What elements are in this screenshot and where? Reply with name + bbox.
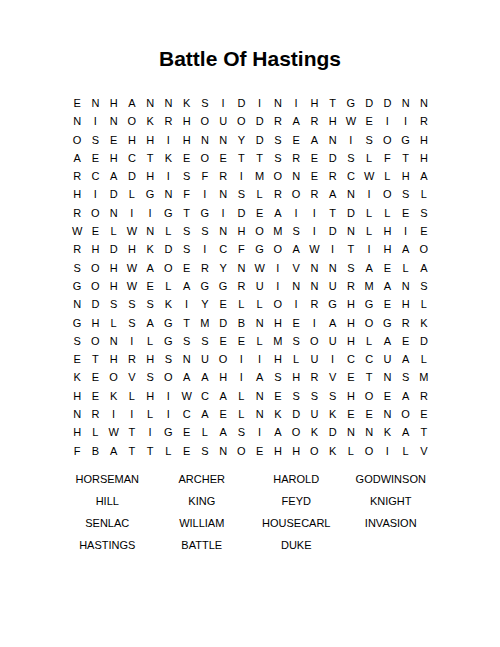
grid-cell-r8c19[interactable]: I [397,222,415,240]
grid-cell-r19c17[interactable]: N [360,423,378,441]
grid-cell-r13c18[interactable]: G [378,314,396,332]
grid-cell-r15c14[interactable]: U [305,350,323,368]
grid-cell-r17c17[interactable]: O [360,387,378,405]
grid-cell-r6c18[interactable]: O [378,185,396,203]
grid-cell-r13c2[interactable]: H [86,314,104,332]
grid-cell-r11c16[interactable]: R [342,277,360,295]
grid-cell-r9c1[interactable]: R [68,240,86,258]
grid-cell-r4c15[interactable]: D [324,149,342,167]
grid-cell-r20c2[interactable]: B [86,442,104,460]
grid-cell-r16c3[interactable]: O [105,368,123,386]
grid-cell-r1c2[interactable]: N [86,94,104,112]
grid-cell-r16c16[interactable]: E [342,368,360,386]
grid-cell-r3c17[interactable]: S [360,131,378,149]
grid-cell-r1c3[interactable]: H [105,94,123,112]
grid-cell-r19c18[interactable]: K [378,423,396,441]
grid-cell-r17c9[interactable]: A [214,387,232,405]
grid-cell-r18c13[interactable]: D [287,405,305,423]
grid-cell-r19c8[interactable]: L [196,423,214,441]
grid-cell-r10c9[interactable]: Y [214,259,232,277]
grid-cell-r6c15[interactable]: A [324,185,342,203]
grid-cell-r12c20[interactable]: L [415,295,433,313]
grid-cell-r5c1[interactable]: R [68,167,86,185]
grid-cell-r3c11[interactable]: D [251,131,269,149]
grid-cell-r11c19[interactable]: N [397,277,415,295]
grid-cell-r18c6[interactable]: I [159,405,177,423]
grid-cell-r14c13[interactable]: S [287,332,305,350]
grid-cell-r14c9[interactable]: E [214,332,232,350]
grid-cell-r5c13[interactable]: N [287,167,305,185]
grid-cell-r1c17[interactable]: D [360,94,378,112]
grid-cell-r20c5[interactable]: T [141,442,159,460]
grid-cell-r1c19[interactable]: N [397,94,415,112]
grid-cell-r14c2[interactable]: O [86,332,104,350]
grid-cell-r1c7[interactable]: K [178,94,196,112]
grid-cell-r7c13[interactable]: I [287,204,305,222]
grid-cell-r8c11[interactable]: O [251,222,269,240]
grid-cell-r4c12[interactable]: S [269,149,287,167]
grid-cell-r10c11[interactable]: W [251,259,269,277]
grid-cell-r6c9[interactable]: N [214,185,232,203]
grid-cell-r10c20[interactable]: A [415,259,433,277]
grid-cell-r15c8[interactable]: U [196,350,214,368]
grid-cell-r8c10[interactable]: H [232,222,250,240]
grid-cell-r1c4[interactable]: A [123,94,141,112]
grid-cell-r4c19[interactable]: T [397,149,415,167]
grid-cell-r3c6[interactable]: I [159,131,177,149]
grid-cell-r14c5[interactable]: L [141,332,159,350]
grid-cell-r3c8[interactable]: N [196,131,214,149]
grid-cell-r11c2[interactable]: O [86,277,104,295]
grid-cell-r8c18[interactable]: H [378,222,396,240]
grid-cell-r16c18[interactable]: N [378,368,396,386]
grid-cell-r5c16[interactable]: C [342,167,360,185]
grid-cell-r12c6[interactable]: K [159,295,177,313]
grid-cell-r13c20[interactable]: K [415,314,433,332]
grid-cell-r15c3[interactable]: H [105,350,123,368]
grid-cell-r4c11[interactable]: T [251,149,269,167]
grid-cell-r9c6[interactable]: D [159,240,177,258]
grid-cell-r8c2[interactable]: E [86,222,104,240]
grid-cell-r8c1[interactable]: W [68,222,86,240]
grid-cell-r19c9[interactable]: A [214,423,232,441]
grid-cell-r7c12[interactable]: A [269,204,287,222]
grid-cell-r18c9[interactable]: E [214,405,232,423]
grid-cell-r11c18[interactable]: A [378,277,396,295]
grid-cell-r20c3[interactable]: A [105,442,123,460]
grid-cell-r10c1[interactable]: S [68,259,86,277]
grid-cell-r1c12[interactable]: N [269,94,287,112]
grid-cell-r2c17[interactable]: E [360,112,378,130]
grid-cell-r3c9[interactable]: N [214,131,232,149]
grid-cell-r7c9[interactable]: I [214,204,232,222]
grid-cell-r17c6[interactable]: I [159,387,177,405]
grid-cell-r10c5[interactable]: A [141,259,159,277]
grid-cell-r10c7[interactable]: E [178,259,196,277]
grid-cell-r8c14[interactable]: I [305,222,323,240]
grid-cell-r20c4[interactable]: T [123,442,141,460]
grid-cell-r3c16[interactable]: I [342,131,360,149]
grid-cell-r16c9[interactable]: H [214,368,232,386]
grid-cell-r16c1[interactable]: K [68,368,86,386]
grid-cell-r12c16[interactable]: H [342,295,360,313]
grid-cell-r16c4[interactable]: V [123,368,141,386]
grid-cell-r10c18[interactable]: E [378,259,396,277]
grid-cell-r8c17[interactable]: L [360,222,378,240]
grid-cell-r5c6[interactable]: I [159,167,177,185]
grid-cell-r7c19[interactable]: E [397,204,415,222]
grid-cell-r20c7[interactable]: E [178,442,196,460]
grid-cell-r13c1[interactable]: G [68,314,86,332]
grid-cell-r12c3[interactable]: S [105,295,123,313]
grid-cell-r11c7[interactable]: A [178,277,196,295]
grid-cell-r16c20[interactable]: M [415,368,433,386]
grid-cell-r8c20[interactable]: E [415,222,433,240]
grid-cell-r8c12[interactable]: M [269,222,287,240]
grid-cell-r6c19[interactable]: S [397,185,415,203]
grid-cell-r8c6[interactable]: L [159,222,177,240]
grid-cell-r1c1[interactable]: E [68,94,86,112]
grid-cell-r5c8[interactable]: F [196,167,214,185]
grid-cell-r19c19[interactable]: A [397,423,415,441]
grid-cell-r10c6[interactable]: O [159,259,177,277]
grid-cell-r19c5[interactable]: I [141,423,159,441]
grid-cell-r20c12[interactable]: H [269,442,287,460]
grid-cell-r16c12[interactable]: S [269,368,287,386]
grid-cell-r19c16[interactable]: N [342,423,360,441]
grid-cell-r18c1[interactable]: N [68,405,86,423]
grid-cell-r12c5[interactable]: S [141,295,159,313]
grid-cell-r1c18[interactable]: D [378,94,396,112]
grid-cell-r18c4[interactable]: I [123,405,141,423]
grid-cell-r4c17[interactable]: L [360,149,378,167]
grid-cell-r19c11[interactable]: I [251,423,269,441]
grid-cell-r6c2[interactable]: I [86,185,104,203]
grid-cell-r10c15[interactable]: N [324,259,342,277]
grid-cell-r5c2[interactable]: C [86,167,104,185]
grid-cell-r9c12[interactable]: O [269,240,287,258]
grid-cell-r9c15[interactable]: I [324,240,342,258]
grid-cell-r17c11[interactable]: N [251,387,269,405]
grid-cell-r8c7[interactable]: S [178,222,196,240]
grid-cell-r8c3[interactable]: L [105,222,123,240]
grid-cell-r17c1[interactable]: H [68,387,86,405]
grid-cell-r4c16[interactable]: S [342,149,360,167]
grid-cell-r17c8[interactable]: C [196,387,214,405]
grid-cell-r13c12[interactable]: H [269,314,287,332]
grid-cell-r12c15[interactable]: G [324,295,342,313]
grid-cell-r2c1[interactable]: N [68,112,86,130]
grid-cell-r13c11[interactable]: N [251,314,269,332]
grid-cell-r10c8[interactable]: R [196,259,214,277]
grid-cell-r17c10[interactable]: L [232,387,250,405]
grid-cell-r8c15[interactable]: D [324,222,342,240]
grid-cell-r14c6[interactable]: G [159,332,177,350]
grid-cell-r1c6[interactable]: N [159,94,177,112]
grid-cell-r14c10[interactable]: E [232,332,250,350]
grid-cell-r1c5[interactable]: N [141,94,159,112]
grid-cell-r4c4[interactable]: C [123,149,141,167]
grid-cell-r8c8[interactable]: S [196,222,214,240]
grid-cell-r1c20[interactable]: N [415,94,433,112]
grid-cell-r9c14[interactable]: W [305,240,323,258]
grid-cell-r2c5[interactable]: K [141,112,159,130]
grid-cell-r1c11[interactable]: I [251,94,269,112]
grid-cell-r11c12[interactable]: I [269,277,287,295]
grid-cell-r7c6[interactable]: G [159,204,177,222]
grid-cell-r2c12[interactable]: R [269,112,287,130]
grid-cell-r15c20[interactable]: L [415,350,433,368]
grid-cell-r1c10[interactable]: D [232,94,250,112]
grid-cell-r11c15[interactable]: U [324,277,342,295]
grid-cell-r14c3[interactable]: N [105,332,123,350]
grid-cell-r20c13[interactable]: H [287,442,305,460]
grid-cell-r18c16[interactable]: E [342,405,360,423]
grid-cell-r18c8[interactable]: A [196,405,214,423]
grid-cell-r13c6[interactable]: G [159,314,177,332]
grid-cell-r7c15[interactable]: T [324,204,342,222]
grid-cell-r10c19[interactable]: L [397,259,415,277]
grid-cell-r19c1[interactable]: H [68,423,86,441]
grid-cell-r2c19[interactable]: I [397,112,415,130]
grid-cell-r16c7[interactable]: A [178,368,196,386]
grid-cell-r18c2[interactable]: R [86,405,104,423]
grid-cell-r6c16[interactable]: N [342,185,360,203]
grid-cell-r7c1[interactable]: R [68,204,86,222]
grid-cell-r18c7[interactable]: C [178,405,196,423]
grid-cell-r18c15[interactable]: K [324,405,342,423]
grid-cell-r6c5[interactable]: G [141,185,159,203]
grid-cell-r3c19[interactable]: G [397,131,415,149]
grid-cell-r4c2[interactable]: E [86,149,104,167]
grid-cell-r8c16[interactable]: N [342,222,360,240]
grid-cell-r10c3[interactable]: H [105,259,123,277]
grid-cell-r8c5[interactable]: N [141,222,159,240]
grid-cell-r10c16[interactable]: S [342,259,360,277]
grid-cell-r3c10[interactable]: Y [232,131,250,149]
grid-cell-r5c14[interactable]: E [305,167,323,185]
grid-cell-r17c13[interactable]: S [287,387,305,405]
grid-cell-r14c11[interactable]: L [251,332,269,350]
grid-cell-r19c4[interactable]: T [123,423,141,441]
grid-cell-r15c15[interactable]: I [324,350,342,368]
grid-cell-r6c4[interactable]: L [123,185,141,203]
grid-cell-r17c20[interactable]: R [415,387,433,405]
grid-cell-r6c17[interactable]: I [360,185,378,203]
grid-cell-r4c13[interactable]: R [287,149,305,167]
grid-cell-r3c18[interactable]: O [378,131,396,149]
grid-cell-r15c1[interactable]: E [68,350,86,368]
grid-cell-r13c7[interactable]: T [178,314,196,332]
grid-cell-r6c20[interactable]: L [415,185,433,203]
grid-cell-r9c3[interactable]: D [105,240,123,258]
grid-cell-r1c13[interactable]: I [287,94,305,112]
grid-cell-r13c16[interactable]: H [342,314,360,332]
grid-cell-r20c15[interactable]: K [324,442,342,460]
grid-cell-r2c11[interactable]: D [251,112,269,130]
grid-cell-r10c4[interactable]: W [123,259,141,277]
grid-cell-r7c20[interactable]: S [415,204,433,222]
grid-cell-r9c19[interactable]: A [397,240,415,258]
grid-cell-r14c17[interactable]: L [360,332,378,350]
grid-cell-r15c10[interactable]: I [232,350,250,368]
grid-cell-r20c16[interactable]: L [342,442,360,460]
grid-cell-r3c12[interactable]: S [269,131,287,149]
grid-cell-r20c9[interactable]: N [214,442,232,460]
grid-cell-r14c19[interactable]: E [397,332,415,350]
grid-cell-r12c8[interactable]: Y [196,295,214,313]
grid-cell-r9c9[interactable]: C [214,240,232,258]
grid-cell-r19c13[interactable]: O [287,423,305,441]
grid-cell-r20c1[interactable]: F [68,442,86,460]
grid-cell-r18c10[interactable]: L [232,405,250,423]
grid-cell-r2c10[interactable]: O [232,112,250,130]
grid-cell-r16c8[interactable]: A [196,368,214,386]
grid-cell-r2c2[interactable]: I [86,112,104,130]
grid-cell-r4c10[interactable]: T [232,149,250,167]
grid-cell-r15c13[interactable]: L [287,350,305,368]
grid-cell-r4c9[interactable]: E [214,149,232,167]
grid-cell-r17c4[interactable]: L [123,387,141,405]
grid-cell-r18c18[interactable]: N [378,405,396,423]
grid-cell-r19c12[interactable]: A [269,423,287,441]
grid-cell-r13c17[interactable]: O [360,314,378,332]
grid-cell-r15c18[interactable]: U [378,350,396,368]
grid-cell-r12c14[interactable]: R [305,295,323,313]
grid-cell-r14c7[interactable]: S [178,332,196,350]
grid-cell-r4c6[interactable]: K [159,149,177,167]
grid-cell-r15c12[interactable]: H [269,350,287,368]
grid-cell-r3c20[interactable]: H [415,131,433,149]
grid-cell-r20c20[interactable]: V [415,442,433,460]
grid-cell-r3c13[interactable]: E [287,131,305,149]
grid-cell-r19c3[interactable]: W [105,423,123,441]
grid-cell-r15c4[interactable]: R [123,350,141,368]
grid-cell-r6c14[interactable]: R [305,185,323,203]
grid-cell-r20c17[interactable]: O [360,442,378,460]
grid-cell-r12c13[interactable]: I [287,295,305,313]
grid-cell-r14c15[interactable]: U [324,332,342,350]
grid-cell-r2c8[interactable]: O [196,112,214,130]
grid-cell-r14c18[interactable]: A [378,332,396,350]
grid-cell-r9c5[interactable]: K [141,240,159,258]
grid-cell-r5c11[interactable]: M [251,167,269,185]
grid-cell-r20c19[interactable]: L [397,442,415,460]
grid-cell-r1c16[interactable]: G [342,94,360,112]
grid-cell-r10c13[interactable]: V [287,259,305,277]
grid-cell-r12c11[interactable]: L [251,295,269,313]
grid-cell-r17c12[interactable]: E [269,387,287,405]
grid-cell-r4c8[interactable]: O [196,149,214,167]
grid-cell-r3c4[interactable]: H [123,131,141,149]
grid-cell-r7c16[interactable]: D [342,204,360,222]
grid-cell-r16c11[interactable]: A [251,368,269,386]
grid-cell-r4c18[interactable]: F [378,149,396,167]
grid-cell-r16c10[interactable]: I [232,368,250,386]
grid-cell-r13c5[interactable]: A [141,314,159,332]
grid-cell-r13c13[interactable]: E [287,314,305,332]
grid-cell-r2c4[interactable]: O [123,112,141,130]
grid-cell-r16c19[interactable]: S [397,368,415,386]
grid-cell-r11c4[interactable]: W [123,277,141,295]
grid-cell-r9c16[interactable]: T [342,240,360,258]
grid-cell-r19c2[interactable]: L [86,423,104,441]
grid-cell-r14c16[interactable]: H [342,332,360,350]
grid-cell-r5c7[interactable]: S [178,167,196,185]
grid-cell-r15c2[interactable]: T [86,350,104,368]
grid-cell-r3c14[interactable]: A [305,131,323,149]
grid-cell-r8c13[interactable]: S [287,222,305,240]
grid-cell-r4c3[interactable]: H [105,149,123,167]
grid-cell-r9c17[interactable]: I [360,240,378,258]
grid-cell-r13c3[interactable]: L [105,314,123,332]
grid-cell-r1c8[interactable]: S [196,94,214,112]
grid-cell-r13c4[interactable]: S [123,314,141,332]
grid-cell-r18c12[interactable]: K [269,405,287,423]
grid-cell-r6c10[interactable]: S [232,185,250,203]
grid-cell-r10c2[interactable]: O [86,259,104,277]
grid-cell-r10c12[interactable]: I [269,259,287,277]
grid-cell-r11c20[interactable]: S [415,277,433,295]
grid-cell-r20c18[interactable]: I [378,442,396,460]
grid-cell-r13c15[interactable]: A [324,314,342,332]
grid-cell-r15c11[interactable]: I [251,350,269,368]
grid-cell-r5c18[interactable]: L [378,167,396,185]
grid-cell-r10c17[interactable]: A [360,259,378,277]
grid-cell-r11c14[interactable]: N [305,277,323,295]
grid-cell-r7c10[interactable]: D [232,204,250,222]
grid-cell-r12c7[interactable]: I [178,295,196,313]
grid-cell-r15c9[interactable]: O [214,350,232,368]
grid-cell-r6c12[interactable]: R [269,185,287,203]
grid-cell-r7c5[interactable]: I [141,204,159,222]
grid-cell-r7c11[interactable]: E [251,204,269,222]
grid-cell-r9c11[interactable]: G [251,240,269,258]
grid-cell-r19c7[interactable]: E [178,423,196,441]
grid-cell-r5c17[interactable]: W [360,167,378,185]
grid-cell-r7c2[interactable]: O [86,204,104,222]
grid-cell-r17c7[interactable]: W [178,387,196,405]
grid-cell-r8c9[interactable]: N [214,222,232,240]
grid-cell-r14c12[interactable]: M [269,332,287,350]
grid-cell-r15c16[interactable]: C [342,350,360,368]
grid-cell-r11c3[interactable]: H [105,277,123,295]
grid-cell-r4c20[interactable]: H [415,149,433,167]
grid-cell-r5c15[interactable]: R [324,167,342,185]
grid-cell-r3c2[interactable]: S [86,131,104,149]
grid-cell-r5c5[interactable]: H [141,167,159,185]
grid-cell-r12c19[interactable]: H [397,295,415,313]
grid-cell-r15c7[interactable]: N [178,350,196,368]
grid-cell-r12c9[interactable]: E [214,295,232,313]
grid-cell-r12c10[interactable]: L [232,295,250,313]
grid-cell-r15c5[interactable]: H [141,350,159,368]
grid-cell-r17c5[interactable]: H [141,387,159,405]
grid-cell-r3c15[interactable]: N [324,131,342,149]
grid-cell-r18c20[interactable]: E [415,405,433,423]
grid-cell-r16c15[interactable]: V [324,368,342,386]
grid-cell-r6c1[interactable]: H [68,185,86,203]
grid-cell-r7c8[interactable]: G [196,204,214,222]
grid-cell-r11c13[interactable]: N [287,277,305,295]
grid-cell-r18c3[interactable]: I [105,405,123,423]
grid-cell-r6c7[interactable]: F [178,185,196,203]
grid-cell-r12c2[interactable]: D [86,295,104,313]
grid-cell-r11c11[interactable]: U [251,277,269,295]
grid-cell-r19c6[interactable]: G [159,423,177,441]
grid-cell-r11c8[interactable]: G [196,277,214,295]
grid-cell-r14c14[interactable]: O [305,332,323,350]
